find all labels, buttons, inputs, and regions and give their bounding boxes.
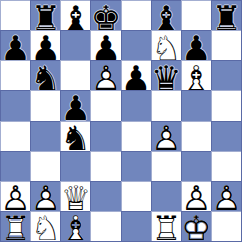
square-c5[interactable]: ♟ xyxy=(60,90,90,120)
square-e4[interactable] xyxy=(121,121,151,151)
white-pawn-f4[interactable]: ♟♙ xyxy=(152,123,181,152)
square-d6[interactable]: ♟♙ xyxy=(90,60,120,90)
square-h4[interactable] xyxy=(211,121,241,151)
square-d7[interactable]: ♟ xyxy=(90,30,120,60)
white-bishop-c1[interactable]: ♝♗ xyxy=(61,213,90,242)
chess-board: ♜♝♚♝♜♟♟♟♞♘♟♞♟♙♟♛♝♗♟♞♟♙♟♙♟♙♛♕♟♙♟♙♜♖♞♘♝♗♜♖… xyxy=(0,0,242,242)
square-a8[interactable] xyxy=(0,0,30,30)
square-f4[interactable]: ♟♙ xyxy=(151,121,181,151)
square-c3[interactable] xyxy=(60,151,90,181)
square-g1[interactable]: ♚♔ xyxy=(181,211,211,241)
black-queen-f6[interactable]: ♛ xyxy=(152,63,181,92)
white-rook-a1[interactable]: ♜♖ xyxy=(1,213,30,242)
square-f6[interactable]: ♛ xyxy=(151,60,181,90)
square-h5[interactable] xyxy=(211,90,241,120)
square-g4[interactable] xyxy=(181,121,211,151)
square-a4[interactable] xyxy=(0,121,30,151)
black-knight-b6[interactable]: ♞ xyxy=(31,63,60,92)
square-c6[interactable] xyxy=(60,60,90,90)
square-d4[interactable] xyxy=(90,121,120,151)
square-a1[interactable]: ♜♖ xyxy=(0,211,30,241)
piece-outline-glyph: ♘ xyxy=(31,213,60,242)
square-e3[interactable] xyxy=(121,151,151,181)
square-e7[interactable] xyxy=(121,30,151,60)
square-b5[interactable] xyxy=(30,90,60,120)
square-e2[interactable] xyxy=(121,181,151,211)
piece-outline-glyph: ♗ xyxy=(182,63,211,92)
square-c4[interactable]: ♞ xyxy=(60,121,90,151)
square-h1[interactable] xyxy=(211,211,241,241)
square-h6[interactable] xyxy=(211,60,241,90)
square-a6[interactable] xyxy=(0,60,30,90)
square-e1[interactable] xyxy=(121,211,151,241)
square-b7[interactable]: ♟ xyxy=(30,30,60,60)
square-d3[interactable] xyxy=(90,151,120,181)
square-f3[interactable] xyxy=(151,151,181,181)
black-rook-h8[interactable]: ♜ xyxy=(212,3,241,32)
square-h2[interactable]: ♟♙ xyxy=(211,181,241,211)
white-pawn-h2[interactable]: ♟♙ xyxy=(212,183,241,212)
square-c1[interactable]: ♝♗ xyxy=(60,211,90,241)
square-b4[interactable] xyxy=(30,121,60,151)
square-b1[interactable]: ♞♘ xyxy=(30,211,60,241)
piece-outline-glyph: ♖ xyxy=(1,213,30,242)
square-e6[interactable]: ♟ xyxy=(121,60,151,90)
black-knight-c4[interactable]: ♞ xyxy=(61,123,90,152)
piece-outline-glyph: ♙ xyxy=(91,63,120,92)
piece-outline-glyph: ♖ xyxy=(152,213,181,242)
square-e8[interactable] xyxy=(121,0,151,30)
white-rook-f1[interactable]: ♜♖ xyxy=(152,213,181,242)
square-g6[interactable]: ♝♗ xyxy=(181,60,211,90)
square-f5[interactable] xyxy=(151,90,181,120)
square-b6[interactable]: ♞ xyxy=(30,60,60,90)
square-g7[interactable]: ♟ xyxy=(181,30,211,60)
black-pawn-e6[interactable]: ♟ xyxy=(122,63,151,92)
square-h7[interactable] xyxy=(211,30,241,60)
black-pawn-a7[interactable]: ♟ xyxy=(1,33,30,62)
piece-outline-glyph: ♙ xyxy=(212,183,241,212)
white-pawn-d6[interactable]: ♟♙ xyxy=(91,63,120,92)
square-e5[interactable] xyxy=(121,90,151,120)
square-a7[interactable]: ♟ xyxy=(0,30,30,60)
square-b2[interactable]: ♟♙ xyxy=(30,181,60,211)
square-f7[interactable]: ♞♘ xyxy=(151,30,181,60)
square-c2[interactable]: ♛♕ xyxy=(60,181,90,211)
piece-outline-glyph: ♗ xyxy=(61,213,90,242)
square-d5[interactable] xyxy=(90,90,120,120)
white-knight-b1[interactable]: ♞♘ xyxy=(31,213,60,242)
square-g8[interactable] xyxy=(181,0,211,30)
square-d8[interactable]: ♚ xyxy=(90,0,120,30)
square-b8[interactable]: ♜ xyxy=(30,0,60,30)
square-c7[interactable] xyxy=(60,30,90,60)
white-bishop-g6[interactable]: ♝♗ xyxy=(182,63,211,92)
square-g2[interactable]: ♟♙ xyxy=(181,181,211,211)
square-g3[interactable] xyxy=(181,151,211,181)
square-d1[interactable] xyxy=(90,211,120,241)
piece-outline-glyph: ♔ xyxy=(182,213,211,242)
square-h8[interactable]: ♜ xyxy=(211,0,241,30)
square-a3[interactable] xyxy=(0,151,30,181)
square-d2[interactable] xyxy=(90,181,120,211)
square-a2[interactable]: ♟♙ xyxy=(0,181,30,211)
square-h3[interactable] xyxy=(211,151,241,181)
square-f1[interactable]: ♜♖ xyxy=(151,211,181,241)
square-f2[interactable] xyxy=(151,181,181,211)
square-f8[interactable]: ♝ xyxy=(151,0,181,30)
black-bishop-c8[interactable]: ♝ xyxy=(61,3,90,32)
white-king-g1[interactable]: ♚♔ xyxy=(182,213,211,242)
piece-outline-glyph: ♙ xyxy=(152,123,181,152)
square-b3[interactable] xyxy=(30,151,60,181)
square-g5[interactable] xyxy=(181,90,211,120)
square-c8[interactable]: ♝ xyxy=(60,0,90,30)
square-a5[interactable] xyxy=(0,90,30,120)
